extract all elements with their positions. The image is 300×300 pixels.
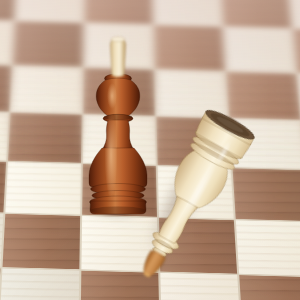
chessboard-photo (0, 0, 300, 300)
dark-king-crown-highlight (107, 83, 117, 109)
dark-king-highlight (105, 111, 118, 199)
dark-king-base-shade (91, 207, 146, 215)
dark-king-body (89, 74, 147, 214)
pieces-layer (0, 0, 300, 300)
dark-king-piece (86, 33, 150, 217)
dark-king-cream-finial (110, 37, 125, 77)
